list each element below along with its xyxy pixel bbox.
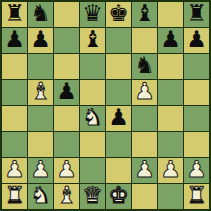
white-bishop[interactable]: ♝ (56, 184, 77, 207)
square-e4[interactable]: ♟ (106, 106, 131, 131)
black-knight[interactable]: ♞ (30, 2, 51, 25)
black-pawn[interactable]: ♟ (108, 106, 129, 129)
square-c3[interactable] (54, 132, 79, 157)
square-h1[interactable]: ♜ (184, 184, 209, 209)
square-e7[interactable] (106, 28, 131, 53)
black-pawn[interactable]: ♟ (186, 28, 207, 51)
square-g7[interactable]: ♟ (158, 28, 183, 53)
black-knight[interactable]: ♞ (134, 54, 155, 77)
square-f3[interactable] (132, 132, 157, 157)
square-b1[interactable]: ♞ (28, 184, 53, 209)
square-f2[interactable]: ♟ (132, 158, 157, 183)
square-a5[interactable] (2, 80, 27, 105)
square-e8[interactable]: ♚ (106, 2, 131, 27)
white-pawn[interactable]: ♟ (56, 158, 77, 181)
black-rook[interactable]: ♜ (186, 2, 207, 25)
white-pawn[interactable]: ♟ (30, 158, 51, 181)
square-c1[interactable]: ♝ (54, 184, 79, 209)
square-e5[interactable] (106, 80, 131, 105)
square-d6[interactable] (80, 54, 105, 79)
square-h2[interactable]: ♟ (184, 158, 209, 183)
square-b6[interactable] (28, 54, 53, 79)
square-a1[interactable]: ♜ (2, 184, 27, 209)
square-c7[interactable] (54, 28, 79, 53)
black-bishop[interactable]: ♝ (82, 28, 103, 51)
black-bishop[interactable]: ♝ (134, 2, 155, 25)
square-f1[interactable] (132, 184, 157, 209)
square-h8[interactable]: ♜ (184, 2, 209, 27)
chess-board: ♜♞♛♚♝♜♟♟♝♟♟♞♝♟♟♞♟♟♟♟♟♟♟♜♞♝♛♚♜ (0, 0, 211, 211)
square-g3[interactable] (158, 132, 183, 157)
square-g8[interactable] (158, 2, 183, 27)
square-d3[interactable] (80, 132, 105, 157)
square-h6[interactable] (184, 54, 209, 79)
square-c4[interactable] (54, 106, 79, 131)
square-a2[interactable]: ♟ (2, 158, 27, 183)
square-a4[interactable] (2, 106, 27, 131)
square-g1[interactable] (158, 184, 183, 209)
square-e1[interactable]: ♚ (106, 184, 131, 209)
square-g5[interactable] (158, 80, 183, 105)
black-pawn[interactable]: ♟ (160, 28, 181, 51)
square-f4[interactable] (132, 106, 157, 131)
square-f8[interactable]: ♝ (132, 2, 157, 27)
square-c2[interactable]: ♟ (54, 158, 79, 183)
white-knight[interactable]: ♞ (82, 106, 103, 129)
square-b3[interactable] (28, 132, 53, 157)
white-rook[interactable]: ♜ (186, 184, 207, 207)
square-c5[interactable]: ♟ (54, 80, 79, 105)
square-f6[interactable]: ♞ (132, 54, 157, 79)
black-pawn[interactable]: ♟ (4, 28, 25, 51)
white-king[interactable]: ♚ (108, 184, 129, 207)
black-pawn[interactable]: ♟ (30, 28, 51, 51)
white-pawn[interactable]: ♟ (160, 158, 181, 181)
square-b7[interactable]: ♟ (28, 28, 53, 53)
square-b4[interactable] (28, 106, 53, 131)
black-queen[interactable]: ♛ (82, 2, 103, 25)
white-queen[interactable]: ♛ (82, 184, 103, 207)
square-a7[interactable]: ♟ (2, 28, 27, 53)
square-g6[interactable] (158, 54, 183, 79)
square-e6[interactable] (106, 54, 131, 79)
square-d5[interactable] (80, 80, 105, 105)
black-king[interactable]: ♚ (108, 2, 129, 25)
square-b2[interactable]: ♟ (28, 158, 53, 183)
white-pawn[interactable]: ♟ (4, 158, 25, 181)
square-h3[interactable] (184, 132, 209, 157)
white-bishop[interactable]: ♝ (30, 80, 51, 103)
square-g4[interactable] (158, 106, 183, 131)
square-d8[interactable]: ♛ (80, 2, 105, 27)
square-a8[interactable]: ♜ (2, 2, 27, 27)
white-pawn[interactable]: ♟ (134, 80, 155, 103)
square-h4[interactable] (184, 106, 209, 131)
black-pawn[interactable]: ♟ (56, 80, 77, 103)
square-a3[interactable] (2, 132, 27, 157)
square-f7[interactable] (132, 28, 157, 53)
square-h7[interactable]: ♟ (184, 28, 209, 53)
square-d2[interactable] (80, 158, 105, 183)
white-pawn[interactable]: ♟ (134, 158, 155, 181)
square-e3[interactable] (106, 132, 131, 157)
white-knight[interactable]: ♞ (30, 184, 51, 207)
black-rook[interactable]: ♜ (4, 2, 25, 25)
square-d4[interactable]: ♞ (80, 106, 105, 131)
white-pawn[interactable]: ♟ (186, 158, 207, 181)
square-e2[interactable] (106, 158, 131, 183)
square-b8[interactable]: ♞ (28, 2, 53, 27)
square-c6[interactable] (54, 54, 79, 79)
square-d1[interactable]: ♛ (80, 184, 105, 209)
square-b5[interactable]: ♝ (28, 80, 53, 105)
square-h5[interactable] (184, 80, 209, 105)
square-d7[interactable]: ♝ (80, 28, 105, 53)
square-f5[interactable]: ♟ (132, 80, 157, 105)
white-rook[interactable]: ♜ (4, 184, 25, 207)
square-a6[interactable] (2, 54, 27, 79)
square-g2[interactable]: ♟ (158, 158, 183, 183)
square-c8[interactable] (54, 2, 79, 27)
